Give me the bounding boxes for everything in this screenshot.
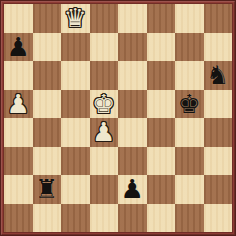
square-c8[interactable]: ♛ <box>61 4 90 33</box>
square-c1[interactable] <box>61 204 90 233</box>
square-a1[interactable] <box>4 204 33 233</box>
square-c2[interactable] <box>61 175 90 204</box>
square-b5[interactable] <box>33 90 62 119</box>
square-h6[interactable]: ♞ <box>204 61 233 90</box>
square-d1[interactable] <box>90 204 119 233</box>
white-queen[interactable]: ♛ <box>64 4 87 32</box>
square-e2[interactable]: ♟ <box>118 175 147 204</box>
square-f8[interactable] <box>147 4 176 33</box>
square-b7[interactable] <box>33 33 62 62</box>
square-a2[interactable] <box>4 175 33 204</box>
square-f4[interactable] <box>147 118 176 147</box>
black-pawn[interactable]: ♟ <box>7 33 30 61</box>
square-b3[interactable] <box>33 147 62 176</box>
square-h1[interactable] <box>204 204 233 233</box>
square-a5[interactable]: ♟ <box>4 90 33 119</box>
square-h4[interactable] <box>204 118 233 147</box>
square-g1[interactable] <box>175 204 204 233</box>
square-h7[interactable] <box>204 33 233 62</box>
square-f2[interactable] <box>147 175 176 204</box>
square-g4[interactable] <box>175 118 204 147</box>
square-e8[interactable] <box>118 4 147 33</box>
white-pawn[interactable]: ♟ <box>92 118 115 146</box>
square-c6[interactable] <box>61 61 90 90</box>
square-e7[interactable] <box>118 33 147 62</box>
square-f3[interactable] <box>147 147 176 176</box>
square-d6[interactable] <box>90 61 119 90</box>
square-e3[interactable] <box>118 147 147 176</box>
square-a3[interactable] <box>4 147 33 176</box>
square-e1[interactable] <box>118 204 147 233</box>
square-b6[interactable] <box>33 61 62 90</box>
square-a6[interactable] <box>4 61 33 90</box>
square-f7[interactable] <box>147 33 176 62</box>
square-d5[interactable]: ♚ <box>90 90 119 119</box>
black-pawn[interactable]: ♟ <box>121 175 144 203</box>
black-knight[interactable]: ♞ <box>206 61 229 89</box>
square-d8[interactable] <box>90 4 119 33</box>
square-b2[interactable]: ♜ <box>33 175 62 204</box>
square-g2[interactable] <box>175 175 204 204</box>
square-g7[interactable] <box>175 33 204 62</box>
square-c4[interactable] <box>61 118 90 147</box>
square-g5[interactable]: ♚ <box>175 90 204 119</box>
square-g8[interactable] <box>175 4 204 33</box>
black-king[interactable]: ♚ <box>178 90 201 118</box>
square-c3[interactable] <box>61 147 90 176</box>
square-a7[interactable]: ♟ <box>4 33 33 62</box>
square-d4[interactable]: ♟ <box>90 118 119 147</box>
square-d3[interactable] <box>90 147 119 176</box>
square-g3[interactable] <box>175 147 204 176</box>
white-king[interactable]: ♚ <box>92 90 115 118</box>
square-f6[interactable] <box>147 61 176 90</box>
square-h2[interactable] <box>204 175 233 204</box>
square-g6[interactable] <box>175 61 204 90</box>
square-a8[interactable] <box>4 4 33 33</box>
square-f5[interactable] <box>147 90 176 119</box>
square-h3[interactable] <box>204 147 233 176</box>
square-h8[interactable] <box>204 4 233 33</box>
square-b8[interactable] <box>33 4 62 33</box>
square-d7[interactable] <box>90 33 119 62</box>
square-b1[interactable] <box>33 204 62 233</box>
black-rook[interactable]: ♜ <box>35 175 58 203</box>
square-c5[interactable] <box>61 90 90 119</box>
square-b4[interactable] <box>33 118 62 147</box>
square-h5[interactable] <box>204 90 233 119</box>
chess-board-frame: ♛♟♞♟♚♚♟♜♟ <box>0 0 236 236</box>
square-f1[interactable] <box>147 204 176 233</box>
square-c7[interactable] <box>61 33 90 62</box>
square-e5[interactable] <box>118 90 147 119</box>
square-e6[interactable] <box>118 61 147 90</box>
white-pawn[interactable]: ♟ <box>7 90 30 118</box>
square-a4[interactable] <box>4 118 33 147</box>
chess-board: ♛♟♞♟♚♚♟♜♟ <box>4 4 232 232</box>
square-d2[interactable] <box>90 175 119 204</box>
square-e4[interactable] <box>118 118 147 147</box>
